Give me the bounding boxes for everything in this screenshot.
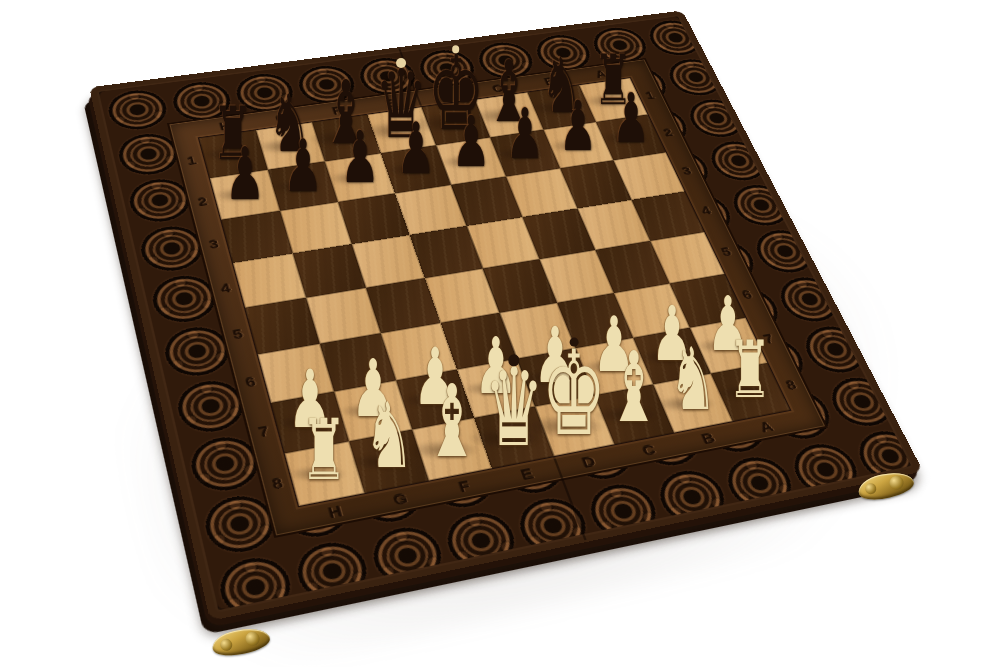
piece-wR-a8[interactable]: ♜ — [728, 331, 772, 410]
piece-bP-d2[interactable]: ♟ — [451, 107, 490, 177]
piece-bP-f2[interactable]: ♟ — [340, 122, 380, 194]
piece-wN-g8[interactable]: ♞ — [364, 391, 414, 481]
piece-wR-h8[interactable]: ♜ — [301, 408, 348, 492]
piece-wN-b8[interactable]: ♞ — [669, 336, 717, 422]
piece-bP-e2[interactable]: ♟ — [396, 114, 435, 185]
piece-bP-g2[interactable]: ♟ — [283, 130, 323, 202]
piece-wB-c8[interactable]: ♝ — [607, 339, 661, 436]
piece-bP-a2[interactable]: ♟ — [612, 84, 650, 153]
piece-wB-f8[interactable]: ♝ — [424, 372, 479, 472]
product-photo: HHGGFFEEDDCCBBAA1122334455667788 ♜♞♝♛♚♝♞… — [0, 0, 1000, 667]
light-finial-d1 — [452, 45, 460, 53]
piece-bP-b2[interactable]: ♟ — [559, 92, 597, 161]
piece-bP-h2[interactable]: ♟ — [225, 138, 265, 211]
piece-bP-c2[interactable]: ♟ — [506, 99, 545, 169]
dark-finial-d8 — [570, 338, 579, 347]
pieces-layer: ♜♞♝♛♚♝♞♜♟♟♟♟♟♟♟♟♟♟♟♟♟♟♟♟♜♞♝♛♚♝♞♜ — [0, 0, 1000, 667]
piece-wK-d8[interactable]: ♚ — [542, 335, 607, 452]
light-finial-e1 — [396, 58, 406, 68]
piece-wQ-e8[interactable]: ♛ — [484, 354, 544, 462]
